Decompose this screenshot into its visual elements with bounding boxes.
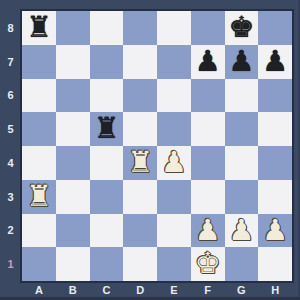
square-e7[interactable] [157,45,191,79]
square-a2[interactable] [22,214,56,248]
chess-board: ♜♚♟♟♟♜♜♟♜♟♟♟♚ [22,11,292,281]
square-b3[interactable] [56,180,90,214]
rank-label-1: 1 [0,247,21,281]
white-king-f1[interactable]: ♚ [191,247,225,281]
black-pawn-g7[interactable]: ♟ [225,45,259,79]
square-h2[interactable]: ♟ [258,214,292,248]
square-h3[interactable] [258,180,292,214]
file-label-H: H [258,281,292,299]
square-f4[interactable] [191,146,225,180]
file-label-D: D [123,281,157,299]
square-d8[interactable] [123,11,157,45]
file-label-F: F [191,281,225,299]
black-rook-c5[interactable]: ♜ [90,112,124,146]
square-a3[interactable]: ♜ [22,180,56,214]
square-c7[interactable] [90,45,124,79]
square-c1[interactable] [90,247,124,281]
chess-board-frame: ♜♚♟♟♟♜♜♟♜♟♟♟♚ 87654321 ABCDEFGH [0,0,300,300]
square-c5[interactable]: ♜ [90,112,124,146]
white-pawn-h2[interactable]: ♟ [258,214,292,248]
square-a6[interactable] [22,79,56,113]
white-pawn-f2[interactable]: ♟ [191,214,225,248]
square-f6[interactable] [191,79,225,113]
square-g6[interactable] [225,79,259,113]
square-a1[interactable] [22,247,56,281]
black-king-g8[interactable]: ♚ [225,11,259,45]
square-a5[interactable] [22,112,56,146]
file-label-B: B [56,281,90,299]
square-c3[interactable] [90,180,124,214]
square-b6[interactable] [56,79,90,113]
rank-label-2: 2 [0,214,21,248]
black-rook-a8[interactable]: ♜ [22,11,56,45]
black-pawn-f7[interactable]: ♟ [191,45,225,79]
square-h5[interactable] [258,112,292,146]
square-c6[interactable] [90,79,124,113]
square-h8[interactable] [258,11,292,45]
square-a8[interactable]: ♜ [22,11,56,45]
square-d2[interactable] [123,214,157,248]
square-e3[interactable] [157,180,191,214]
file-label-A: A [22,281,56,299]
square-c2[interactable] [90,214,124,248]
square-g8[interactable]: ♚ [225,11,259,45]
file-label-G: G [225,281,259,299]
square-f7[interactable]: ♟ [191,45,225,79]
square-f3[interactable] [191,180,225,214]
file-label-C: C [90,281,124,299]
square-a7[interactable] [22,45,56,79]
square-d7[interactable] [123,45,157,79]
square-f5[interactable] [191,112,225,146]
square-h6[interactable] [258,79,292,113]
square-h4[interactable] [258,146,292,180]
rank-label-4: 4 [0,146,21,180]
square-b7[interactable] [56,45,90,79]
square-e4[interactable]: ♟ [157,146,191,180]
square-e6[interactable] [157,79,191,113]
white-pawn-g2[interactable]: ♟ [225,214,259,248]
square-e2[interactable] [157,214,191,248]
square-a4[interactable] [22,146,56,180]
square-g2[interactable]: ♟ [225,214,259,248]
square-b4[interactable] [56,146,90,180]
square-d1[interactable] [123,247,157,281]
square-b8[interactable] [56,11,90,45]
white-pawn-e4[interactable]: ♟ [157,146,191,180]
square-f8[interactable] [191,11,225,45]
square-d5[interactable] [123,112,157,146]
white-rook-d4[interactable]: ♜ [123,146,157,180]
square-g3[interactable] [225,180,259,214]
square-c4[interactable] [90,146,124,180]
square-e8[interactable] [157,11,191,45]
rank-label-6: 6 [0,79,21,113]
square-g4[interactable] [225,146,259,180]
square-b1[interactable] [56,247,90,281]
square-h1[interactable] [258,247,292,281]
square-f2[interactable]: ♟ [191,214,225,248]
rank-label-5: 5 [0,112,21,146]
square-g7[interactable]: ♟ [225,45,259,79]
file-label-E: E [157,281,191,299]
rank-label-8: 8 [0,11,21,45]
square-d3[interactable] [123,180,157,214]
square-h7[interactable]: ♟ [258,45,292,79]
square-d6[interactable] [123,79,157,113]
square-g5[interactable] [225,112,259,146]
square-g1[interactable] [225,247,259,281]
square-f1[interactable]: ♚ [191,247,225,281]
square-d4[interactable]: ♜ [123,146,157,180]
rank-label-7: 7 [0,45,21,79]
square-b5[interactable] [56,112,90,146]
square-c8[interactable] [90,11,124,45]
rank-label-3: 3 [0,180,21,214]
square-e1[interactable] [157,247,191,281]
white-rook-a3[interactable]: ♜ [22,180,56,214]
square-e5[interactable] [157,112,191,146]
black-pawn-h7[interactable]: ♟ [258,45,292,79]
square-b2[interactable] [56,214,90,248]
